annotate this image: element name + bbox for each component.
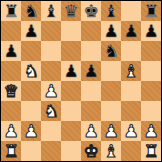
white-bishop-piece: ♝ <box>103 141 118 161</box>
square-d8[interactable]: ♛ <box>61 1 81 21</box>
square-b8[interactable]: ♞ <box>21 1 41 21</box>
black-knight-piece: ♞ <box>23 1 38 21</box>
square-c6[interactable] <box>41 41 61 61</box>
square-b6[interactable] <box>21 41 41 61</box>
black-queen-piece: ♛ <box>63 1 78 21</box>
square-g6[interactable] <box>121 41 141 61</box>
square-d7[interactable] <box>61 21 81 41</box>
chess-board: ♜♞♝♛♚♝♜♟♟♟♟♟♞♞♟♟♝♛♟♞♟♟♟♟♟♟♜♚♝♜ <box>1 1 161 161</box>
square-e7[interactable] <box>81 21 101 41</box>
square-d6[interactable] <box>61 41 81 61</box>
square-g4[interactable] <box>121 81 141 101</box>
black-pawn-piece: ♟ <box>143 21 158 41</box>
black-pawn-piece: ♟ <box>123 21 138 41</box>
square-e8[interactable]: ♚ <box>81 1 101 21</box>
white-pawn-piece: ♟ <box>3 121 18 141</box>
square-g7[interactable]: ♟ <box>121 21 141 41</box>
square-h7[interactable]: ♟ <box>141 21 161 41</box>
square-b5[interactable]: ♞ <box>21 61 41 81</box>
square-g8[interactable] <box>121 1 141 21</box>
square-d3[interactable] <box>61 101 81 121</box>
square-b3[interactable] <box>21 101 41 121</box>
square-e5[interactable]: ♟ <box>81 61 101 81</box>
black-rook-piece: ♜ <box>3 1 18 21</box>
square-a8[interactable]: ♜ <box>1 1 21 21</box>
black-pawn-piece: ♟ <box>3 41 18 61</box>
white-pawn-piece: ♟ <box>43 81 58 101</box>
white-pawn-piece: ♟ <box>23 121 38 141</box>
square-b7[interactable]: ♟ <box>21 21 41 41</box>
square-e2[interactable]: ♟ <box>81 121 101 141</box>
square-h3[interactable] <box>141 101 161 121</box>
square-e3[interactable] <box>81 101 101 121</box>
square-c7[interactable] <box>41 21 61 41</box>
square-d1[interactable] <box>61 141 81 161</box>
square-g2[interactable]: ♟ <box>121 121 141 141</box>
square-h4[interactable] <box>141 81 161 101</box>
square-h5[interactable] <box>141 61 161 81</box>
square-b4[interactable] <box>21 81 41 101</box>
square-d5[interactable]: ♟ <box>61 61 81 81</box>
square-h8[interactable]: ♜ <box>141 1 161 21</box>
square-d4[interactable] <box>61 81 81 101</box>
square-h6[interactable] <box>141 41 161 61</box>
square-a4[interactable]: ♛ <box>1 81 21 101</box>
square-f6[interactable]: ♞ <box>101 41 121 61</box>
square-f4[interactable] <box>101 81 121 101</box>
black-bishop-piece: ♝ <box>43 1 58 21</box>
black-pawn-piece: ♟ <box>83 61 98 81</box>
square-a2[interactable]: ♟ <box>1 121 21 141</box>
white-pawn-piece: ♟ <box>143 121 158 141</box>
square-e6[interactable] <box>81 41 101 61</box>
square-h1[interactable]: ♜ <box>141 141 161 161</box>
black-bishop-piece: ♝ <box>103 1 118 21</box>
square-h2[interactable]: ♟ <box>141 121 161 141</box>
white-pawn-piece: ♟ <box>103 121 118 141</box>
square-a5[interactable] <box>1 61 21 81</box>
square-a6[interactable]: ♟ <box>1 41 21 61</box>
square-f8[interactable]: ♝ <box>101 1 121 21</box>
square-a3[interactable] <box>1 101 21 121</box>
white-pawn-piece: ♟ <box>83 121 98 141</box>
black-pawn-piece: ♟ <box>23 21 38 41</box>
square-b1[interactable] <box>21 141 41 161</box>
square-f5[interactable] <box>101 61 121 81</box>
black-pawn-piece: ♟ <box>103 21 118 41</box>
square-f3[interactable] <box>101 101 121 121</box>
square-f7[interactable]: ♟ <box>101 21 121 41</box>
black-knight-piece: ♞ <box>103 41 118 61</box>
white-pawn-piece: ♟ <box>123 121 138 141</box>
square-a7[interactable] <box>1 21 21 41</box>
square-e1[interactable]: ♚ <box>81 141 101 161</box>
square-g1[interactable] <box>121 141 141 161</box>
square-c4[interactable]: ♟ <box>41 81 61 101</box>
square-c5[interactable] <box>41 61 61 81</box>
square-c2[interactable] <box>41 121 61 141</box>
white-knight-piece: ♞ <box>43 101 58 121</box>
square-g3[interactable] <box>121 101 141 121</box>
square-f2[interactable]: ♟ <box>101 121 121 141</box>
chess-board-frame: ♜♞♝♛♚♝♜♟♟♟♟♟♞♞♟♟♝♛♟♞♟♟♟♟♟♟♜♚♝♜ <box>0 0 162 162</box>
white-rook-piece: ♜ <box>143 141 158 161</box>
white-knight-piece: ♞ <box>23 61 38 81</box>
black-king-piece: ♚ <box>83 1 98 21</box>
square-c1[interactable] <box>41 141 61 161</box>
white-rook-piece: ♜ <box>3 141 18 161</box>
white-queen-piece: ♛ <box>3 81 18 101</box>
square-f1[interactable]: ♝ <box>101 141 121 161</box>
square-b2[interactable]: ♟ <box>21 121 41 141</box>
white-king-piece: ♚ <box>83 141 98 161</box>
square-g5[interactable]: ♝ <box>121 61 141 81</box>
black-pawn-piece: ♟ <box>63 61 78 81</box>
square-a1[interactable]: ♜ <box>1 141 21 161</box>
square-c8[interactable]: ♝ <box>41 1 61 21</box>
white-bishop-piece: ♝ <box>123 61 138 81</box>
black-rook-piece: ♜ <box>143 1 158 21</box>
square-e4[interactable] <box>81 81 101 101</box>
square-d2[interactable] <box>61 121 81 141</box>
square-c3[interactable]: ♞ <box>41 101 61 121</box>
